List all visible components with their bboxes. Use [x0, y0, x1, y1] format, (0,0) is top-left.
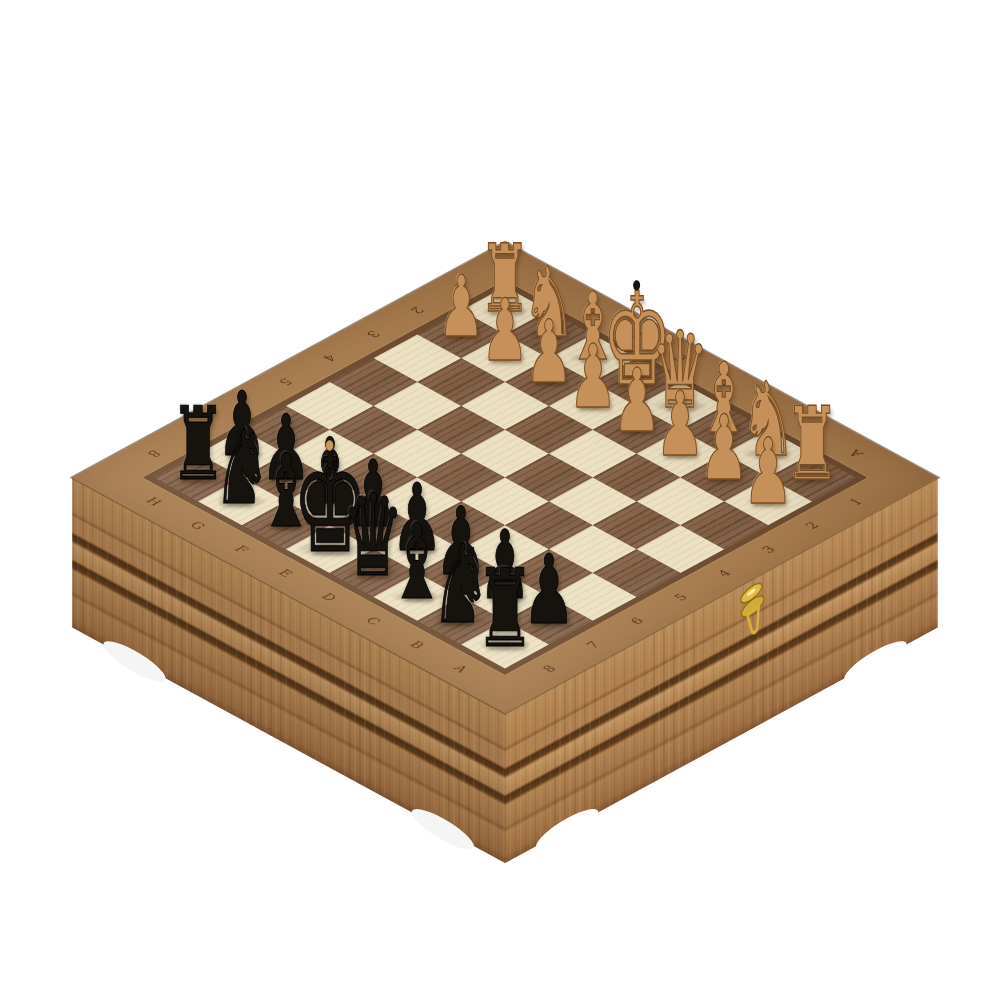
piece-glyph: ♟ — [743, 426, 794, 517]
black-king-finial — [326, 440, 333, 450]
piece-black-rook-a8[interactable]: ♜ — [457, 555, 554, 663]
piece-white-pawn-a2[interactable]: ♟ — [727, 426, 809, 517]
pieces-layer: ♜♞♝♚♛♝♞♜♟♟♟♟♟♟♟♟♟♟♟♟♟♟♟♟♜♞♝♚♛♝♞♜ — [0, 0, 1000, 1000]
product-photo-stage: HHGGFFEEDDCCBBAA1122334455667788 ♜♞♝♚♛♝♞… — [0, 0, 1000, 1000]
white-king-finial — [633, 280, 640, 290]
piece-glyph: ♜ — [475, 555, 535, 663]
